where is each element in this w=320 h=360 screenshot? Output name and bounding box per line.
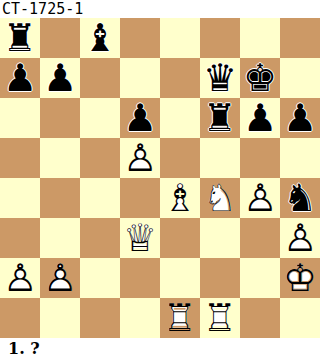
- square-a2[interactable]: ♟♙: [0, 258, 40, 298]
- piece-black-pawn: ♟: [40, 58, 80, 98]
- square-c2[interactable]: [80, 258, 120, 298]
- square-a5[interactable]: [0, 138, 40, 178]
- square-g4[interactable]: ♟♙: [240, 178, 280, 218]
- square-c3[interactable]: [80, 218, 120, 258]
- square-d4[interactable]: [120, 178, 160, 218]
- square-a6[interactable]: [0, 98, 40, 138]
- square-e4[interactable]: ♝♗: [160, 178, 200, 218]
- move-prompt: 1. ?: [0, 338, 320, 360]
- square-a8[interactable]: ♜: [0, 18, 40, 58]
- square-g3[interactable]: [240, 218, 280, 258]
- piece-black-rook: ♜: [0, 18, 40, 58]
- square-e6[interactable]: [160, 98, 200, 138]
- square-e7[interactable]: [160, 58, 200, 98]
- piece-black-queen: ♛: [200, 58, 240, 98]
- square-b6[interactable]: [40, 98, 80, 138]
- square-d5[interactable]: ♟♙: [120, 138, 160, 178]
- square-a4[interactable]: [0, 178, 40, 218]
- square-g5[interactable]: [240, 138, 280, 178]
- square-g6[interactable]: ♟: [240, 98, 280, 138]
- square-c4[interactable]: [80, 178, 120, 218]
- square-b1[interactable]: [40, 298, 80, 338]
- piece-black-pawn: ♟: [240, 98, 280, 138]
- square-c8[interactable]: ♝: [80, 18, 120, 58]
- square-c1[interactable]: [80, 298, 120, 338]
- square-f6[interactable]: ♜: [200, 98, 240, 138]
- piece-white-pawn: ♟♙: [120, 138, 160, 178]
- square-c6[interactable]: [80, 98, 120, 138]
- square-e1[interactable]: ♜♖: [160, 298, 200, 338]
- square-h6[interactable]: ♟: [280, 98, 320, 138]
- piece-black-pawn: ♟: [280, 98, 320, 138]
- square-g2[interactable]: [240, 258, 280, 298]
- square-b4[interactable]: [40, 178, 80, 218]
- square-d2[interactable]: [120, 258, 160, 298]
- square-h4[interactable]: ♞: [280, 178, 320, 218]
- piece-white-pawn: ♟♙: [240, 178, 280, 218]
- square-e3[interactable]: [160, 218, 200, 258]
- puzzle-id: CT-1725-1: [0, 0, 320, 18]
- square-e5[interactable]: [160, 138, 200, 178]
- square-a1[interactable]: [0, 298, 40, 338]
- square-f8[interactable]: [200, 18, 240, 58]
- square-g8[interactable]: [240, 18, 280, 58]
- piece-white-pawn: ♟♙: [0, 258, 40, 298]
- piece-white-queen: ♛♕: [120, 218, 160, 258]
- square-f7[interactable]: ♛: [200, 58, 240, 98]
- piece-white-bishop: ♝♗: [160, 178, 200, 218]
- piece-black-pawn: ♟: [120, 98, 160, 138]
- square-g1[interactable]: [240, 298, 280, 338]
- square-f2[interactable]: [200, 258, 240, 298]
- piece-black-pawn: ♟: [0, 58, 40, 98]
- piece-black-bishop: ♝: [80, 18, 120, 58]
- square-c7[interactable]: [80, 58, 120, 98]
- square-f3[interactable]: [200, 218, 240, 258]
- square-b5[interactable]: [40, 138, 80, 178]
- square-d7[interactable]: [120, 58, 160, 98]
- square-h3[interactable]: ♟♙: [280, 218, 320, 258]
- square-a3[interactable]: [0, 218, 40, 258]
- square-h5[interactable]: [280, 138, 320, 178]
- square-f1[interactable]: ♜♖: [200, 298, 240, 338]
- square-c5[interactable]: [80, 138, 120, 178]
- square-b7[interactable]: ♟: [40, 58, 80, 98]
- square-b2[interactable]: ♟♙: [40, 258, 80, 298]
- piece-white-pawn: ♟♙: [280, 218, 320, 258]
- square-b8[interactable]: [40, 18, 80, 58]
- square-e2[interactable]: [160, 258, 200, 298]
- square-d6[interactable]: ♟: [120, 98, 160, 138]
- square-g7[interactable]: ♚: [240, 58, 280, 98]
- square-h7[interactable]: [280, 58, 320, 98]
- square-f5[interactable]: [200, 138, 240, 178]
- square-d3[interactable]: ♛♕: [120, 218, 160, 258]
- piece-white-pawn: ♟♙: [40, 258, 80, 298]
- square-b3[interactable]: [40, 218, 80, 258]
- square-e8[interactable]: [160, 18, 200, 58]
- square-f4[interactable]: ♞♘: [200, 178, 240, 218]
- chess-board: ♜♝♟♟♛♚♟♜♟♟♟♙♝♗♞♘♟♙♞♛♕♟♙♟♙♟♙♚♔♜♖♜♖: [0, 18, 320, 338]
- piece-white-knight: ♞♘: [200, 178, 240, 218]
- square-a7[interactable]: ♟: [0, 58, 40, 98]
- piece-white-king: ♚♔: [280, 258, 320, 298]
- piece-black-king: ♚: [240, 58, 280, 98]
- square-d8[interactable]: [120, 18, 160, 58]
- square-h2[interactable]: ♚♔: [280, 258, 320, 298]
- piece-black-knight: ♞: [280, 178, 320, 218]
- square-d1[interactable]: [120, 298, 160, 338]
- piece-white-rook: ♜♖: [160, 298, 200, 338]
- piece-black-rook: ♜: [200, 98, 240, 138]
- square-h1[interactable]: [280, 298, 320, 338]
- square-h8[interactable]: [280, 18, 320, 58]
- piece-white-rook: ♜♖: [200, 298, 240, 338]
